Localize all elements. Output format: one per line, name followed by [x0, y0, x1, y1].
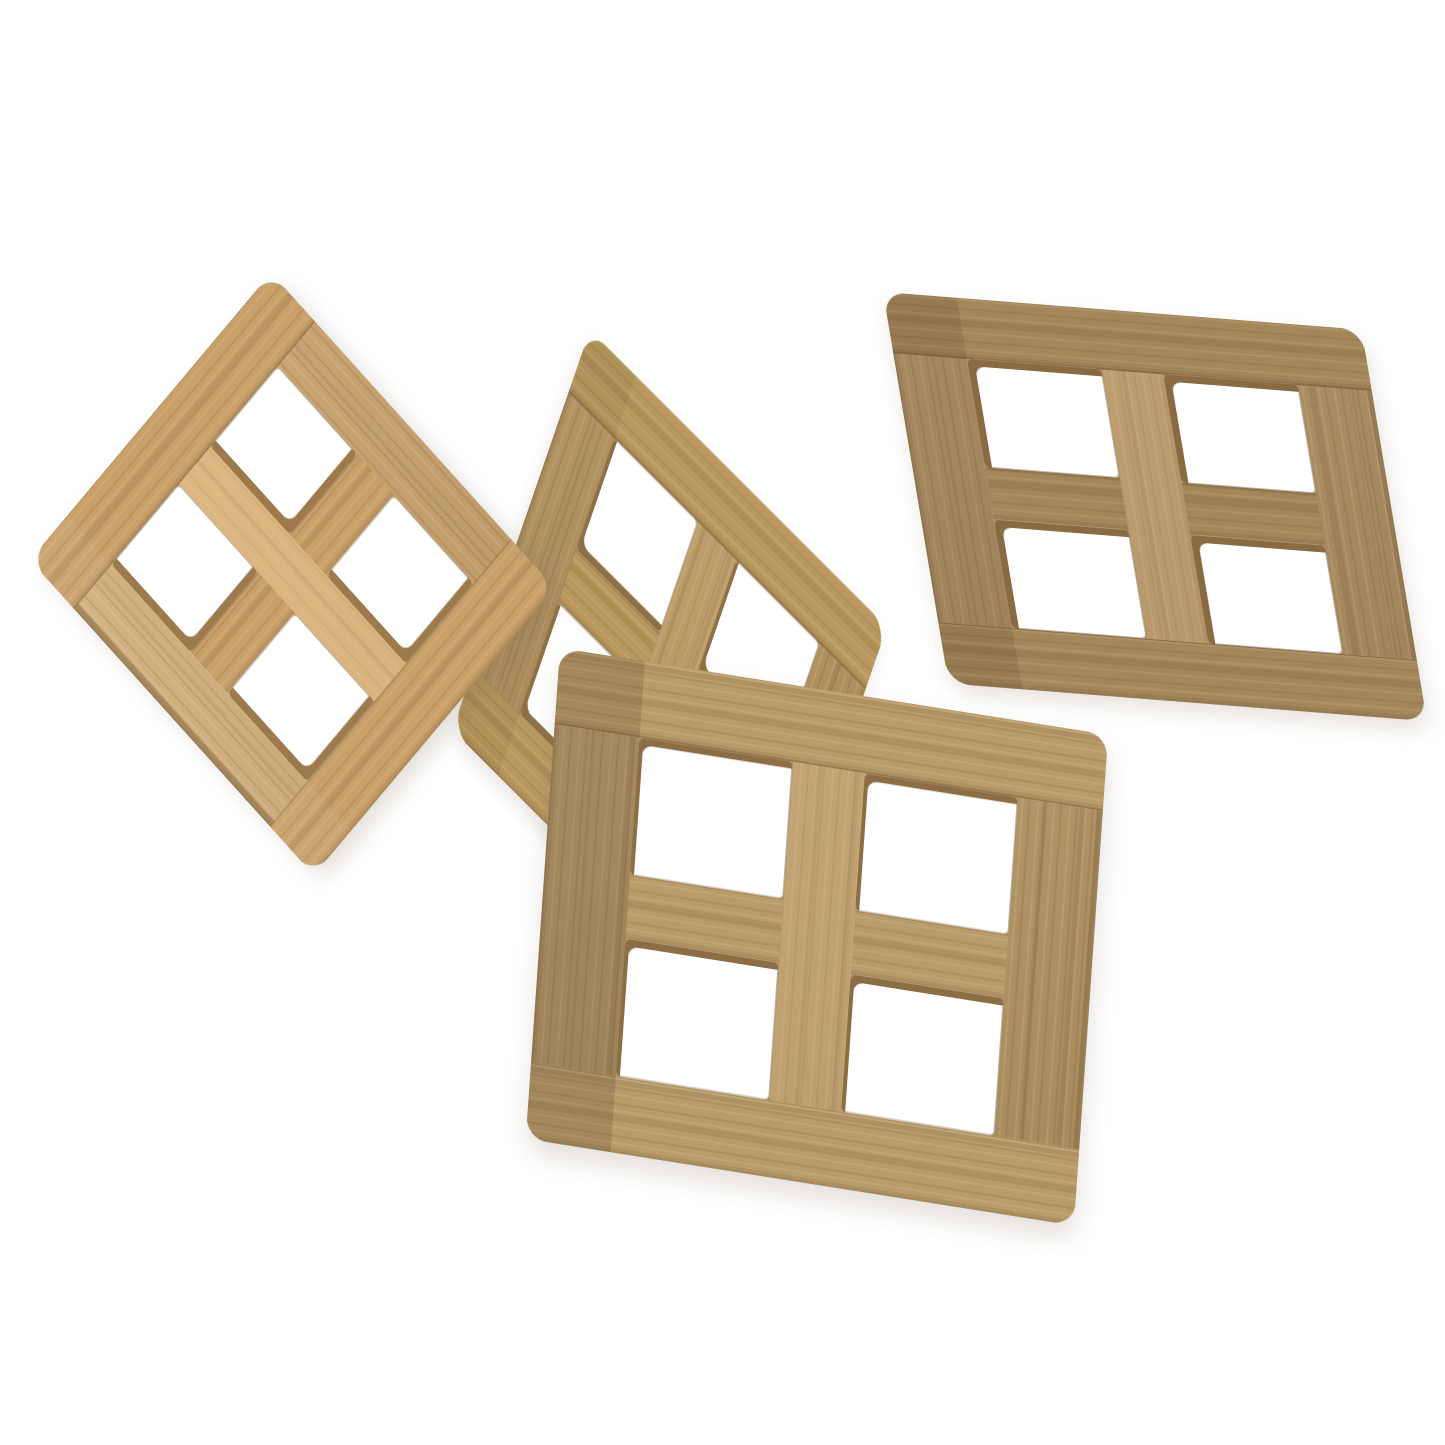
trivet-front-bottom — [526, 648, 1108, 1225]
lattice-opening-top-right — [1164, 374, 1316, 494]
lattice-opening-bottom-right — [841, 974, 1004, 1136]
trivet-top-right — [883, 292, 1427, 721]
lattice-opening-top-left — [630, 737, 793, 899]
trivet-top-left — [30, 273, 555, 875]
photo-canvas — [0, 0, 1445, 1445]
lattice-opening-top-right — [855, 773, 1018, 935]
lattice-opening-bottom-left — [616, 939, 779, 1101]
lattice-opening-bottom-left — [994, 519, 1146, 639]
lattice-opening-bottom-right — [1190, 534, 1342, 654]
lattice-opening-top-left — [967, 358, 1119, 478]
